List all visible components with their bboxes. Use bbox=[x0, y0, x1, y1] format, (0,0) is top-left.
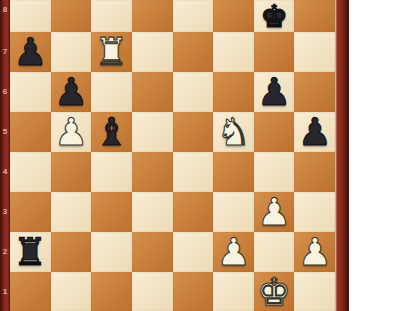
square-e8[interactable] bbox=[173, 0, 214, 32]
square-b3[interactable] bbox=[51, 192, 92, 232]
square-d7[interactable] bbox=[132, 32, 173, 72]
black-rook[interactable]: ♜ bbox=[13, 233, 47, 271]
square-d6[interactable] bbox=[132, 72, 173, 112]
rank-label-6: 6 bbox=[0, 87, 10, 97]
white-king[interactable]: ♚ bbox=[257, 273, 291, 311]
square-f1[interactable] bbox=[213, 272, 254, 311]
square-d5[interactable] bbox=[132, 112, 173, 152]
square-a6[interactable] bbox=[10, 72, 51, 112]
rank-label-1: 1 bbox=[0, 287, 10, 297]
square-h5[interactable]: ♟ bbox=[294, 112, 335, 152]
square-h6[interactable] bbox=[294, 72, 335, 112]
square-g3[interactable]: ♟ bbox=[254, 192, 295, 232]
white-pawn[interactable]: ♟ bbox=[54, 113, 88, 151]
square-c4[interactable] bbox=[91, 152, 132, 192]
square-a5[interactable] bbox=[10, 112, 51, 152]
black-pawn[interactable]: ♟ bbox=[257, 73, 291, 111]
square-g1[interactable]: ♚ bbox=[254, 272, 295, 311]
square-c6[interactable] bbox=[91, 72, 132, 112]
square-d3[interactable] bbox=[132, 192, 173, 232]
rank-label-4: 4 bbox=[0, 167, 10, 177]
square-a8[interactable] bbox=[10, 0, 51, 32]
square-g8[interactable]: ♚ bbox=[254, 0, 295, 32]
white-pawn[interactable]: ♟ bbox=[257, 193, 291, 231]
square-h7[interactable] bbox=[294, 32, 335, 72]
square-c1[interactable] bbox=[91, 272, 132, 311]
square-d8[interactable] bbox=[132, 0, 173, 32]
black-pawn[interactable]: ♟ bbox=[13, 33, 47, 71]
square-e5[interactable] bbox=[173, 112, 214, 152]
square-a4[interactable] bbox=[10, 152, 51, 192]
square-e6[interactable] bbox=[173, 72, 214, 112]
square-g6[interactable]: ♟ bbox=[254, 72, 295, 112]
square-f3[interactable] bbox=[213, 192, 254, 232]
square-b1[interactable] bbox=[51, 272, 92, 311]
square-d2[interactable] bbox=[132, 232, 173, 272]
square-f2[interactable]: ♟ bbox=[213, 232, 254, 272]
square-b8[interactable] bbox=[51, 0, 92, 32]
square-g5[interactable] bbox=[254, 112, 295, 152]
square-g4[interactable] bbox=[254, 152, 295, 192]
rank-label-3: 3 bbox=[0, 207, 10, 217]
white-knight[interactable]: ♞ bbox=[216, 113, 250, 151]
rank-label-5: 5 bbox=[0, 127, 10, 137]
square-a2[interactable]: ♜ bbox=[10, 232, 51, 272]
square-e2[interactable] bbox=[173, 232, 214, 272]
page-background: 87654321 ♚♟♜♟♟♟♝♞♟♟♜♟♟♚ bbox=[0, 0, 414, 311]
square-a7[interactable]: ♟ bbox=[10, 32, 51, 72]
square-h3[interactable] bbox=[294, 192, 335, 232]
square-a1[interactable] bbox=[10, 272, 51, 311]
square-f7[interactable] bbox=[213, 32, 254, 72]
square-c3[interactable] bbox=[91, 192, 132, 232]
square-e3[interactable] bbox=[173, 192, 214, 232]
rank-label-2: 2 bbox=[0, 247, 10, 257]
square-d1[interactable] bbox=[132, 272, 173, 311]
square-e1[interactable] bbox=[173, 272, 214, 311]
white-pawn[interactable]: ♟ bbox=[298, 233, 332, 271]
square-b2[interactable] bbox=[51, 232, 92, 272]
square-g7[interactable] bbox=[254, 32, 295, 72]
white-rook[interactable]: ♜ bbox=[95, 33, 129, 71]
black-pawn[interactable]: ♟ bbox=[298, 113, 332, 151]
square-f4[interactable] bbox=[213, 152, 254, 192]
black-bishop[interactable]: ♝ bbox=[95, 113, 129, 151]
square-h8[interactable] bbox=[294, 0, 335, 32]
square-h2[interactable]: ♟ bbox=[294, 232, 335, 272]
square-d4[interactable] bbox=[132, 152, 173, 192]
square-b5[interactable]: ♟ bbox=[51, 112, 92, 152]
white-pawn[interactable]: ♟ bbox=[216, 233, 250, 271]
square-h1[interactable] bbox=[294, 272, 335, 311]
square-c8[interactable] bbox=[91, 0, 132, 32]
rank-label-7: 7 bbox=[0, 47, 10, 57]
black-king[interactable]: ♚ bbox=[260, 1, 288, 32]
square-f5[interactable]: ♞ bbox=[213, 112, 254, 152]
rank-label-8: 8 bbox=[0, 5, 10, 15]
square-b4[interactable] bbox=[51, 152, 92, 192]
square-c2[interactable] bbox=[91, 232, 132, 272]
square-b6[interactable]: ♟ bbox=[51, 72, 92, 112]
square-f6[interactable] bbox=[213, 72, 254, 112]
black-pawn[interactable]: ♟ bbox=[54, 73, 88, 111]
square-h4[interactable] bbox=[294, 152, 335, 192]
square-g2[interactable] bbox=[254, 232, 295, 272]
square-a3[interactable] bbox=[10, 192, 51, 232]
square-c7[interactable]: ♜ bbox=[91, 32, 132, 72]
chess-board: ♚♟♜♟♟♟♝♞♟♟♜♟♟♚ bbox=[10, 0, 335, 311]
board-frame-left: 87654321 bbox=[0, 0, 10, 311]
square-c5[interactable]: ♝ bbox=[91, 112, 132, 152]
square-e7[interactable] bbox=[173, 32, 214, 72]
square-b7[interactable] bbox=[51, 32, 92, 72]
square-f8[interactable] bbox=[213, 0, 254, 32]
board-frame-right bbox=[335, 0, 349, 311]
square-e4[interactable] bbox=[173, 152, 214, 192]
